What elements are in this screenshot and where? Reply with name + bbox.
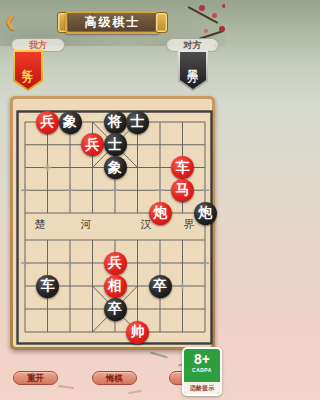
piece-black-advisor[interactable]: 士 <box>104 133 127 156</box>
red-side-banner: 红方 <box>13 50 43 91</box>
black-side-banner: 黑方 <box>178 50 208 91</box>
river-label: 河 <box>78 217 94 232</box>
page-title: 高级棋士 <box>65 11 160 34</box>
piece-black-general[interactable]: 将 <box>104 111 127 134</box>
back-icon[interactable]: ❮ <box>4 12 17 30</box>
piece-black-chariot[interactable]: 车 <box>36 275 59 298</box>
title-ornament-right-icon <box>155 12 168 33</box>
piece-red-horse[interactable]: 马 <box>171 179 194 202</box>
piece-red-elephant[interactable]: 相 <box>104 275 127 298</box>
undo-move-button[interactable]: 悔棋 <box>92 371 137 385</box>
piece-red-general[interactable]: 帅 <box>126 321 149 344</box>
river-label: 楚 <box>32 217 48 232</box>
paint-stroke <box>58 385 74 389</box>
piece-red-pawn[interactable]: 兵 <box>36 111 59 134</box>
piece-black-elephant[interactable]: 象 <box>104 156 127 179</box>
age-rating-badge: 8+ CADPA 适龄提示 <box>182 347 222 396</box>
piece-red-pawn[interactable]: 兵 <box>104 252 127 275</box>
my-side-label: 我方 <box>11 38 65 52</box>
xiangqi-board[interactable]: 楚 河 汉 界 兵象将士兵士象车马炮炮兵车相卒卒帅 <box>10 96 215 350</box>
red-side-banner-label: 红方 <box>21 61 35 65</box>
title-banner: 高级棋士 <box>57 11 168 34</box>
age-rating-note: 适龄提示 <box>184 382 220 394</box>
piece-black-pawn[interactable]: 卒 <box>104 298 127 321</box>
piece-black-cannon[interactable]: 炮 <box>194 202 217 225</box>
age-rating-value: 8+ <box>184 351 220 367</box>
age-rating-org: CADPA <box>184 367 220 374</box>
blossom-dot <box>204 29 208 33</box>
restart-button[interactable]: 重开 <box>13 371 58 385</box>
piece-black-advisor[interactable]: 士 <box>126 111 149 134</box>
piece-black-elephant[interactable]: 象 <box>59 111 82 134</box>
paint-stroke <box>128 390 142 394</box>
paint-stroke <box>150 352 168 359</box>
blossom-dot <box>199 5 205 11</box>
blossom-dot <box>222 4 225 8</box>
piece-red-cannon[interactable]: 炮 <box>149 202 172 225</box>
piece-black-pawn[interactable]: 卒 <box>149 275 172 298</box>
black-side-banner-label: 黑方 <box>186 61 200 65</box>
opponent-side-label: 对方 <box>166 38 219 52</box>
blossom-dot <box>219 26 225 32</box>
blossom-dot <box>212 13 217 18</box>
piece-red-chariot[interactable]: 车 <box>171 156 194 179</box>
